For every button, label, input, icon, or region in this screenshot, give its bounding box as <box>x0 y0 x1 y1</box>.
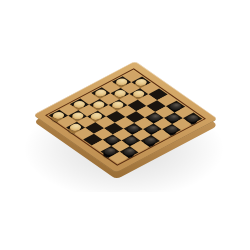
checkers-set-photo <box>0 0 250 250</box>
